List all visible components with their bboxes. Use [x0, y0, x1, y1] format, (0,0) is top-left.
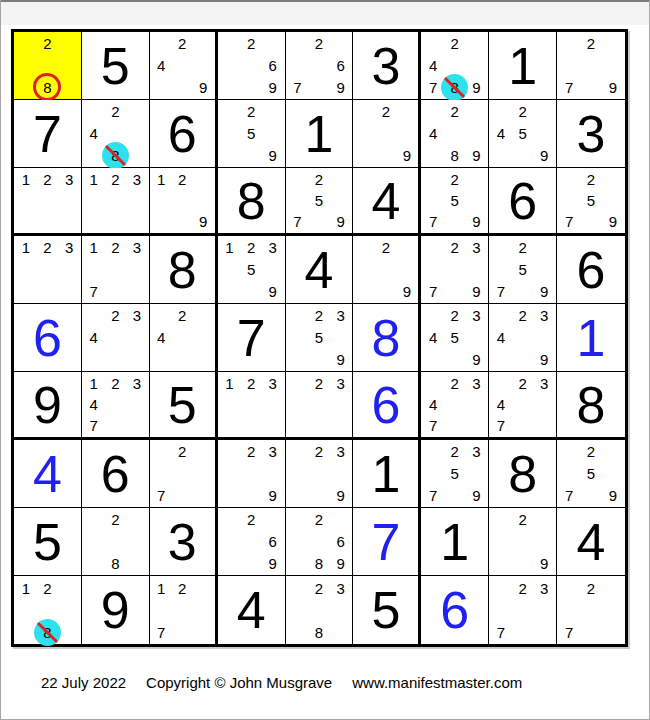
window-top-strip: [1, 0, 649, 25]
cell-r4c4[interactable]: 12359: [218, 236, 286, 304]
cell-r8c7[interactable]: 1: [421, 508, 489, 576]
candidate-8-eliminated: 8: [105, 144, 127, 166]
candidate-9: 9: [466, 348, 488, 370]
cell-r5c7[interactable]: 23459: [421, 304, 489, 372]
cell-r3c6[interactable]: 4: [353, 168, 421, 236]
candidate-2: 2: [375, 101, 396, 123]
candidate-9: 9: [396, 144, 417, 166]
given-digit: 8: [557, 372, 625, 437]
candidate-7: 7: [558, 76, 580, 98]
candidate-2: 2: [105, 509, 127, 531]
cell-r7c8[interactable]: 8: [489, 440, 557, 508]
candidate-1: 1: [151, 169, 172, 190]
candidate-2: 2: [240, 237, 262, 259]
candidate-3: 3: [126, 305, 148, 327]
given-digit: 1: [286, 100, 353, 167]
candidate-2: 2: [444, 373, 466, 394]
candidate-2: 2: [580, 441, 602, 463]
footer: 22 July 2022 Copyright © John Musgrave w…: [41, 674, 522, 691]
candidate-7: 7: [287, 211, 309, 232]
candidate-9: 9: [262, 552, 284, 574]
cell-r9c3[interactable]: 127: [150, 576, 218, 644]
given-digit: 3: [557, 100, 625, 167]
candidate-2: 2: [172, 577, 193, 599]
solved-digit: 7: [353, 508, 418, 575]
solved-digit: 6: [14, 304, 81, 371]
candidate-2: 2: [308, 305, 330, 327]
candidate-1: 1: [15, 237, 37, 259]
given-digit: 5: [82, 32, 149, 99]
cell-r9c2[interactable]: 9: [82, 576, 150, 644]
candidate-1: 1: [219, 237, 241, 259]
cell-r6c9[interactable]: 8: [557, 372, 625, 440]
candidate-2: 2: [444, 169, 466, 190]
candidate-7: 7: [422, 211, 444, 232]
candidate-5: 5: [580, 463, 602, 485]
given-digit: 1: [353, 440, 418, 507]
candidate-2: 2: [172, 305, 193, 327]
candidate-7: 7: [490, 415, 512, 436]
cell-r6c7[interactable]: 2347: [421, 372, 489, 440]
candidate-1: 1: [15, 577, 37, 599]
candidate-9: 9: [396, 280, 417, 302]
candidate-2: 2: [105, 373, 127, 394]
cell-r4c3[interactable]: 8: [150, 236, 218, 304]
cell-r9c1[interactable]: 128: [14, 576, 82, 644]
cell-r1c4[interactable]: 269: [218, 32, 286, 100]
candidate-7: 7: [83, 415, 105, 436]
candidate-9: 9: [330, 348, 352, 370]
cell-r6c1[interactable]: 9: [14, 372, 82, 440]
candidate-9: 9: [466, 76, 488, 98]
candidate-3: 3: [466, 305, 488, 327]
candidate-3: 3: [466, 441, 488, 463]
candidate-4: 4: [422, 327, 444, 349]
candidate-2: 2: [240, 373, 262, 394]
cell-r7c3[interactable]: 27: [150, 440, 218, 508]
candidate-2: 2: [172, 441, 193, 463]
given-digit: 7: [14, 100, 81, 167]
solved-digit: 1: [557, 304, 625, 371]
candidate-2: 2: [308, 577, 330, 599]
candidate-6: 6: [262, 531, 284, 553]
candidate-1: 1: [83, 169, 105, 190]
candidate-2: 2: [512, 577, 534, 599]
candidate-2: 2: [37, 237, 59, 259]
cell-r6c8[interactable]: 2347: [489, 372, 557, 440]
given-digit: 5: [150, 372, 215, 437]
candidate-8: 8: [308, 552, 330, 574]
solved-digit: 6: [421, 576, 488, 644]
cell-r8c9[interactable]: 4: [557, 508, 625, 576]
given-digit: 7: [218, 304, 285, 371]
given-digit: 6: [489, 168, 556, 233]
candidate-9: 9: [466, 280, 488, 302]
candidate-2: 2: [444, 305, 466, 327]
cell-r9c5[interactable]: 238: [286, 576, 354, 644]
cell-r8c8[interactable]: 29: [489, 508, 557, 576]
cell-r1c3[interactable]: 249: [150, 32, 218, 100]
candidate-7: 7: [151, 621, 172, 643]
candidate-2: 2: [37, 169, 59, 190]
solved-digit: 6: [353, 372, 418, 437]
given-digit: 5: [353, 576, 418, 644]
candidate-9: 9: [466, 144, 488, 166]
candidate-2: 2: [308, 169, 330, 190]
cell-r7c5[interactable]: 239: [286, 440, 354, 508]
cell-r3c8[interactable]: 6: [489, 168, 557, 236]
candidate-9: 9: [262, 76, 284, 98]
candidate-7: 7: [287, 76, 309, 98]
candidate-2: 2: [512, 101, 534, 123]
cell-r4c2[interactable]: 1237: [82, 236, 150, 304]
candidate-3: 3: [330, 577, 352, 599]
candidate-4: 4: [490, 394, 512, 415]
candidate-6: 6: [330, 55, 352, 77]
cell-r2c8[interactable]: 2459: [489, 100, 557, 168]
candidate-2: 2: [37, 577, 59, 599]
candidate-7: 7: [558, 211, 580, 232]
cell-r7c2[interactable]: 6: [82, 440, 150, 508]
candidate-8-eliminated: 8: [444, 76, 466, 98]
cell-r8c3[interactable]: 3: [150, 508, 218, 576]
candidate-9: 9: [533, 144, 555, 166]
footer-copyright: Copyright © John Musgrave: [146, 674, 332, 691]
candidate-2: 2: [444, 441, 466, 463]
cell-r4c6[interactable]: 29: [353, 236, 421, 304]
candidate-2: 2: [308, 441, 330, 463]
cell-r9c9[interactable]: 27: [557, 576, 625, 644]
candidate-3: 3: [262, 237, 284, 259]
candidate-9: 9: [193, 211, 214, 232]
given-digit: 3: [353, 32, 418, 99]
cell-r7c7[interactable]: 23579: [421, 440, 489, 508]
cell-r6c3[interactable]: 5: [150, 372, 218, 440]
solved-digit: 8: [353, 304, 418, 371]
cell-r4c9[interactable]: 6: [557, 236, 625, 304]
candidate-2: 2: [240, 101, 262, 123]
given-digit: 5: [14, 508, 81, 575]
candidate-5: 5: [444, 190, 466, 211]
cell-r4c8[interactable]: 2579: [489, 236, 557, 304]
candidate-2: 2: [308, 373, 330, 394]
candidate-6: 6: [262, 55, 284, 77]
cell-r6c4[interactable]: 123: [218, 372, 286, 440]
given-digit: 4: [353, 168, 418, 233]
candidate-3: 3: [126, 237, 148, 259]
cell-r3c7[interactable]: 2579: [421, 168, 489, 236]
candidate-9: 9: [330, 76, 352, 98]
candidate-2: 2: [512, 237, 534, 259]
candidate-2: 2: [580, 169, 602, 190]
candidate-5: 5: [308, 327, 330, 349]
cell-r3c4[interactable]: 8: [218, 168, 286, 236]
candidate-3: 3: [466, 237, 488, 259]
given-digit: 8: [218, 168, 285, 233]
candidate-9: 9: [330, 552, 352, 574]
candidate-5: 5: [308, 190, 330, 211]
cell-r1c8[interactable]: 1: [489, 32, 557, 100]
candidate-2: 2: [580, 577, 602, 599]
candidate-7: 7: [422, 415, 444, 436]
candidate-1: 1: [83, 373, 105, 394]
cell-r4c5[interactable]: 4: [286, 236, 354, 304]
candidate-4: 4: [422, 55, 444, 77]
candidate-2: 2: [375, 237, 396, 259]
candidate-7: 7: [151, 484, 172, 506]
given-digit: 8: [489, 440, 556, 507]
cell-r8c5[interactable]: 2689: [286, 508, 354, 576]
cell-r4c7[interactable]: 2379: [421, 236, 489, 304]
candidate-7: 7: [558, 621, 580, 643]
candidate-4: 4: [83, 394, 105, 415]
candidate-8-eliminated: 8: [37, 621, 59, 643]
candidate-5: 5: [444, 327, 466, 349]
candidate-9: 9: [262, 144, 284, 166]
cell-r8c4[interactable]: 269: [218, 508, 286, 576]
candidate-9: 9: [330, 484, 352, 506]
candidate-7: 7: [422, 280, 444, 302]
candidate-8-circled: 8: [37, 76, 59, 98]
candidate-3: 3: [330, 305, 352, 327]
candidate-5: 5: [240, 259, 262, 281]
candidate-3: 3: [533, 577, 555, 599]
candidate-3: 3: [466, 373, 488, 394]
candidate-2: 2: [444, 237, 466, 259]
cell-r1c5[interactable]: 2679: [286, 32, 354, 100]
candidate-9: 9: [602, 484, 624, 506]
cell-r5c1[interactable]: 6: [14, 304, 82, 372]
candidate-2: 2: [512, 509, 534, 531]
cell-r3c1[interactable]: 123: [14, 168, 82, 236]
candidate-1: 1: [219, 373, 241, 394]
cell-r5c5[interactable]: 2359: [286, 304, 354, 372]
candidate-1: 1: [151, 577, 172, 599]
cell-r8c1[interactable]: 5: [14, 508, 82, 576]
cell-r2c3[interactable]: 6: [150, 100, 218, 168]
candidate-2: 2: [308, 33, 330, 55]
candidate-2: 2: [240, 33, 262, 55]
candidate-3: 3: [126, 373, 148, 394]
given-digit: 9: [14, 372, 81, 437]
candidate-9: 9: [330, 211, 352, 232]
cell-r9c6[interactable]: 5: [353, 576, 421, 644]
candidate-2: 2: [512, 305, 534, 327]
candidate-3: 3: [330, 441, 352, 463]
cell-r7c9[interactable]: 2579: [557, 440, 625, 508]
candidate-8: 8: [105, 552, 127, 574]
candidate-1: 1: [15, 169, 37, 190]
candidate-9: 9: [533, 552, 555, 574]
given-digit: 4: [286, 236, 353, 303]
footer-url[interactable]: www.manifestmaster.com: [352, 674, 522, 691]
candidate-2: 2: [240, 509, 262, 531]
solved-digit: 4: [14, 440, 81, 507]
candidate-2: 2: [444, 33, 466, 55]
candidate-4: 4: [422, 394, 444, 415]
candidate-2: 2: [105, 237, 127, 259]
candidate-9: 9: [466, 211, 488, 232]
cell-r2c7[interactable]: 2489: [421, 100, 489, 168]
candidate-3: 3: [126, 169, 148, 190]
cell-r2c9[interactable]: 3: [557, 100, 625, 168]
candidate-9: 9: [262, 484, 284, 506]
candidate-3: 3: [330, 373, 352, 394]
candidate-3: 3: [533, 373, 555, 394]
candidate-8: 8: [444, 144, 466, 166]
candidate-2: 2: [172, 169, 193, 190]
candidate-9: 9: [602, 76, 624, 98]
sudoku-page: 2852492692679324789127972486259129248924…: [0, 0, 650, 720]
candidate-7: 7: [83, 280, 105, 302]
given-digit: 6: [557, 236, 625, 303]
candidate-9: 9: [533, 348, 555, 370]
cell-r9c4[interactable]: 4: [218, 576, 286, 644]
candidate-5: 5: [444, 463, 466, 485]
candidate-2: 2: [308, 509, 330, 531]
given-digit: 6: [82, 440, 149, 507]
cell-r6c5[interactable]: 23: [286, 372, 354, 440]
candidate-2: 2: [580, 33, 602, 55]
candidate-4: 4: [83, 327, 105, 349]
candidate-3: 3: [262, 373, 284, 394]
candidate-7: 7: [490, 621, 512, 643]
candidate-8: 8: [308, 621, 330, 643]
candidate-2: 2: [105, 101, 127, 123]
candidate-2: 2: [172, 33, 193, 55]
cell-r2c4[interactable]: 259: [218, 100, 286, 168]
cell-r7c1[interactable]: 4: [14, 440, 82, 508]
given-digit: 4: [557, 508, 625, 575]
cell-r2c5[interactable]: 1: [286, 100, 354, 168]
cell-r9c7[interactable]: 6: [421, 576, 489, 644]
cell-r9c8[interactable]: 237: [489, 576, 557, 644]
cell-r1c9[interactable]: 279: [557, 32, 625, 100]
cell-r1c7[interactable]: 24789: [421, 32, 489, 100]
candidate-4: 4: [490, 123, 512, 145]
cell-r3c2[interactable]: 123: [82, 168, 150, 236]
given-digit: 1: [421, 508, 488, 575]
candidate-3: 3: [262, 441, 284, 463]
candidate-9: 9: [193, 76, 214, 98]
candidate-4: 4: [422, 123, 444, 145]
given-digit: 1: [489, 32, 556, 99]
footer-date: 22 July 2022: [41, 674, 126, 691]
given-digit: 9: [82, 576, 149, 644]
candidate-6: 6: [330, 531, 352, 553]
candidate-4: 4: [83, 123, 105, 145]
candidate-5: 5: [240, 123, 262, 145]
cell-r5c4[interactable]: 7: [218, 304, 286, 372]
cell-r5c3[interactable]: 24: [150, 304, 218, 372]
candidate-2: 2: [512, 373, 534, 394]
cell-r5c9[interactable]: 1: [557, 304, 625, 372]
cell-r1c1[interactable]: 28: [14, 32, 82, 100]
candidate-7: 7: [422, 484, 444, 506]
cell-r6c2[interactable]: 12347: [82, 372, 150, 440]
cell-r7c4[interactable]: 239: [218, 440, 286, 508]
given-digit: 4: [218, 576, 285, 644]
candidate-5: 5: [512, 259, 534, 281]
given-digit: 6: [150, 100, 215, 167]
given-digit: 8: [150, 236, 215, 303]
given-digit: 3: [150, 508, 215, 575]
cell-r3c9[interactable]: 2579: [557, 168, 625, 236]
cell-r2c2[interactable]: 248: [82, 100, 150, 168]
sudoku-board: 2852492692679324789127972486259129248924…: [11, 29, 628, 647]
candidate-7: 7: [558, 484, 580, 506]
candidate-9: 9: [533, 280, 555, 302]
candidate-3: 3: [58, 169, 80, 190]
cell-r6c6[interactable]: 6: [353, 372, 421, 440]
candidate-2: 2: [105, 169, 127, 190]
candidate-2: 2: [444, 101, 466, 123]
cell-r2c6[interactable]: 29: [353, 100, 421, 168]
candidate-3: 3: [533, 305, 555, 327]
cell-r1c2[interactable]: 5: [82, 32, 150, 100]
cell-r5c6[interactable]: 8: [353, 304, 421, 372]
candidate-5: 5: [512, 123, 534, 145]
candidate-4: 4: [490, 327, 512, 349]
candidate-1: 1: [83, 237, 105, 259]
candidate-5: 5: [580, 190, 602, 211]
candidate-9: 9: [602, 211, 624, 232]
cell-r5c8[interactable]: 2349: [489, 304, 557, 372]
candidate-7: 7: [490, 280, 512, 302]
cell-r5c2[interactable]: 234: [82, 304, 150, 372]
candidate-9: 9: [262, 280, 284, 302]
cell-r7c6[interactable]: 1: [353, 440, 421, 508]
cell-r1c6[interactable]: 3: [353, 32, 421, 100]
cell-r4c1[interactable]: 123: [14, 236, 82, 304]
candidate-9: 9: [466, 484, 488, 506]
cell-r8c6[interactable]: 7: [353, 508, 421, 576]
cell-r2c1[interactable]: 7: [14, 100, 82, 168]
cell-r3c3[interactable]: 129: [150, 168, 218, 236]
cell-r8c2[interactable]: 28: [82, 508, 150, 576]
candidate-2: 2: [37, 33, 59, 55]
candidate-3: 3: [58, 237, 80, 259]
candidate-4: 4: [151, 327, 172, 349]
candidate-2: 2: [240, 441, 262, 463]
candidate-4: 4: [151, 55, 172, 77]
candidate-2: 2: [105, 305, 127, 327]
cell-r3c5[interactable]: 2579: [286, 168, 354, 236]
